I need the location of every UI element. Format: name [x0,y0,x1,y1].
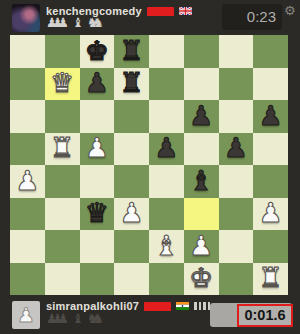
white-bishop[interactable]: ♝ [154,232,178,259]
square-h6[interactable]: ♟ [253,100,288,133]
top-player-avatar[interactable] [12,4,40,32]
captured-bishops: ♝ [72,16,78,29]
white-rook[interactable]: ♜ [259,264,283,291]
square-c1[interactable] [80,263,115,296]
square-b1[interactable] [45,263,80,296]
square-g1[interactable] [219,263,254,296]
square-d3[interactable]: ♟ [114,198,149,231]
black-pawn[interactable]: ♟ [259,102,283,129]
square-c5[interactable]: ♟ [80,133,115,166]
square-g3[interactable] [219,198,254,231]
bottom-player-clock-time: 0:01.6 [237,304,293,327]
square-f6[interactable]: ♟ [184,100,219,133]
captured-knights: ♞♞ [87,16,98,29]
square-d1[interactable] [114,263,149,296]
settings-gear-icon[interactable]: ⚙ [284,4,296,17]
square-d4[interactable] [114,165,149,198]
square-h2[interactable] [253,230,288,263]
bottom-captured: ♟♟♟♝♞♞ [46,312,107,325]
square-c6[interactable] [80,100,115,133]
square-d2[interactable] [114,230,149,263]
square-g8[interactable] [219,35,254,68]
square-c7[interactable]: ♟ [80,68,115,101]
default-pawn-avatar-icon: ♟ [17,305,35,325]
india-flag-icon [176,302,189,310]
black-pawn[interactable]: ♟ [154,134,178,161]
square-g6[interactable] [219,100,254,133]
captured-knights: ♞♞ [87,312,98,325]
square-b5[interactable]: ♜ [45,133,80,166]
square-g2[interactable] [219,230,254,263]
square-e3[interactable] [149,198,184,231]
black-bishop[interactable]: ♝ [189,167,213,194]
square-h4[interactable] [253,165,288,198]
white-pawn[interactable]: ♟ [15,167,39,194]
bottom-player-avatar[interactable]: ♟ [12,301,40,329]
captured-pawns: ♟♟♟ [46,312,63,325]
top-player-rating-censored [147,7,174,16]
black-king[interactable]: ♚ [85,37,109,64]
white-queen[interactable]: ♛ [50,69,74,96]
square-h5[interactable] [253,133,288,166]
white-pawn[interactable]: ♟ [85,134,109,161]
square-f8[interactable] [184,35,219,68]
square-h8[interactable] [253,35,288,68]
square-a1[interactable] [10,263,45,296]
square-b4[interactable] [45,165,80,198]
square-e1[interactable] [149,263,184,296]
square-e4[interactable] [149,165,184,198]
square-g5[interactable]: ♟ [219,133,254,166]
square-c4[interactable] [80,165,115,198]
square-b3[interactable] [45,198,80,231]
square-b8[interactable] [45,35,80,68]
square-c8[interactable]: ♚ [80,35,115,68]
white-rook[interactable]: ♜ [50,134,74,161]
square-a3[interactable] [10,198,45,231]
white-king[interactable]: ♚ [189,264,213,291]
square-a7[interactable] [10,68,45,101]
square-a8[interactable] [10,35,45,68]
square-e8[interactable] [149,35,184,68]
square-f7[interactable] [184,68,219,101]
white-pawn[interactable]: ♟ [120,199,144,226]
square-e7[interactable] [149,68,184,101]
square-h1[interactable]: ♜ [253,263,288,296]
square-g4[interactable] [219,165,254,198]
white-pawn[interactable]: ♟ [259,199,283,226]
square-f3[interactable] [184,198,219,231]
black-pawn[interactable]: ♟ [224,134,248,161]
square-a2[interactable] [10,230,45,263]
square-a4[interactable]: ♟ [10,165,45,198]
square-h7[interactable] [253,68,288,101]
square-d6[interactable] [114,100,149,133]
square-f2[interactable]: ♟ [184,230,219,263]
square-d5[interactable] [114,133,149,166]
captured-bishops: ♝ [72,312,78,325]
white-pawn[interactable]: ♟ [189,232,213,259]
top-captured: ♟♟♟♝♞♞ [46,16,107,29]
square-b6[interactable] [45,100,80,133]
uk-flag-icon [179,7,192,15]
four-bars-indicator [194,302,210,310]
square-e6[interactable] [149,100,184,133]
square-d7[interactable]: ♜ [114,68,149,101]
square-c3[interactable]: ♛ [80,198,115,231]
square-h3[interactable]: ♟ [253,198,288,231]
square-f1[interactable]: ♚ [184,263,219,296]
game-screen: kenchengcomedy ♟♟♟♝♞♞ 0:23 ⚙ ♚♜♛♟♜♟♟♜♟♟♟… [0,0,300,334]
black-pawn[interactable]: ♟ [85,69,109,96]
black-queen[interactable]: ♛ [85,199,109,226]
square-b2[interactable] [45,230,80,263]
square-c2[interactable] [80,230,115,263]
black-pawn[interactable]: ♟ [189,102,213,129]
bottom-player-name-row: simranpalkohli07 [46,300,210,312]
square-a5[interactable] [10,133,45,166]
bottom-player-rating-censored [144,302,171,311]
square-g7[interactable] [219,68,254,101]
square-d8[interactable]: ♜ [114,35,149,68]
top-player-clock: 0:23 [222,4,282,30]
square-b7[interactable]: ♛ [45,68,80,101]
square-a6[interactable] [10,100,45,133]
board: ♚♜♛♟♜♟♟♜♟♟♟♟♝♛♟♟♝♟♚♜ [10,35,288,295]
square-e5[interactable]: ♟ [149,133,184,166]
captured-pawns: ♟♟♟ [46,16,63,29]
square-e2[interactable]: ♝ [149,230,184,263]
black-rook[interactable]: ♜ [120,37,144,64]
black-rook[interactable]: ♜ [120,69,144,96]
square-f4[interactable]: ♝ [184,165,219,198]
square-f5[interactable] [184,133,219,166]
